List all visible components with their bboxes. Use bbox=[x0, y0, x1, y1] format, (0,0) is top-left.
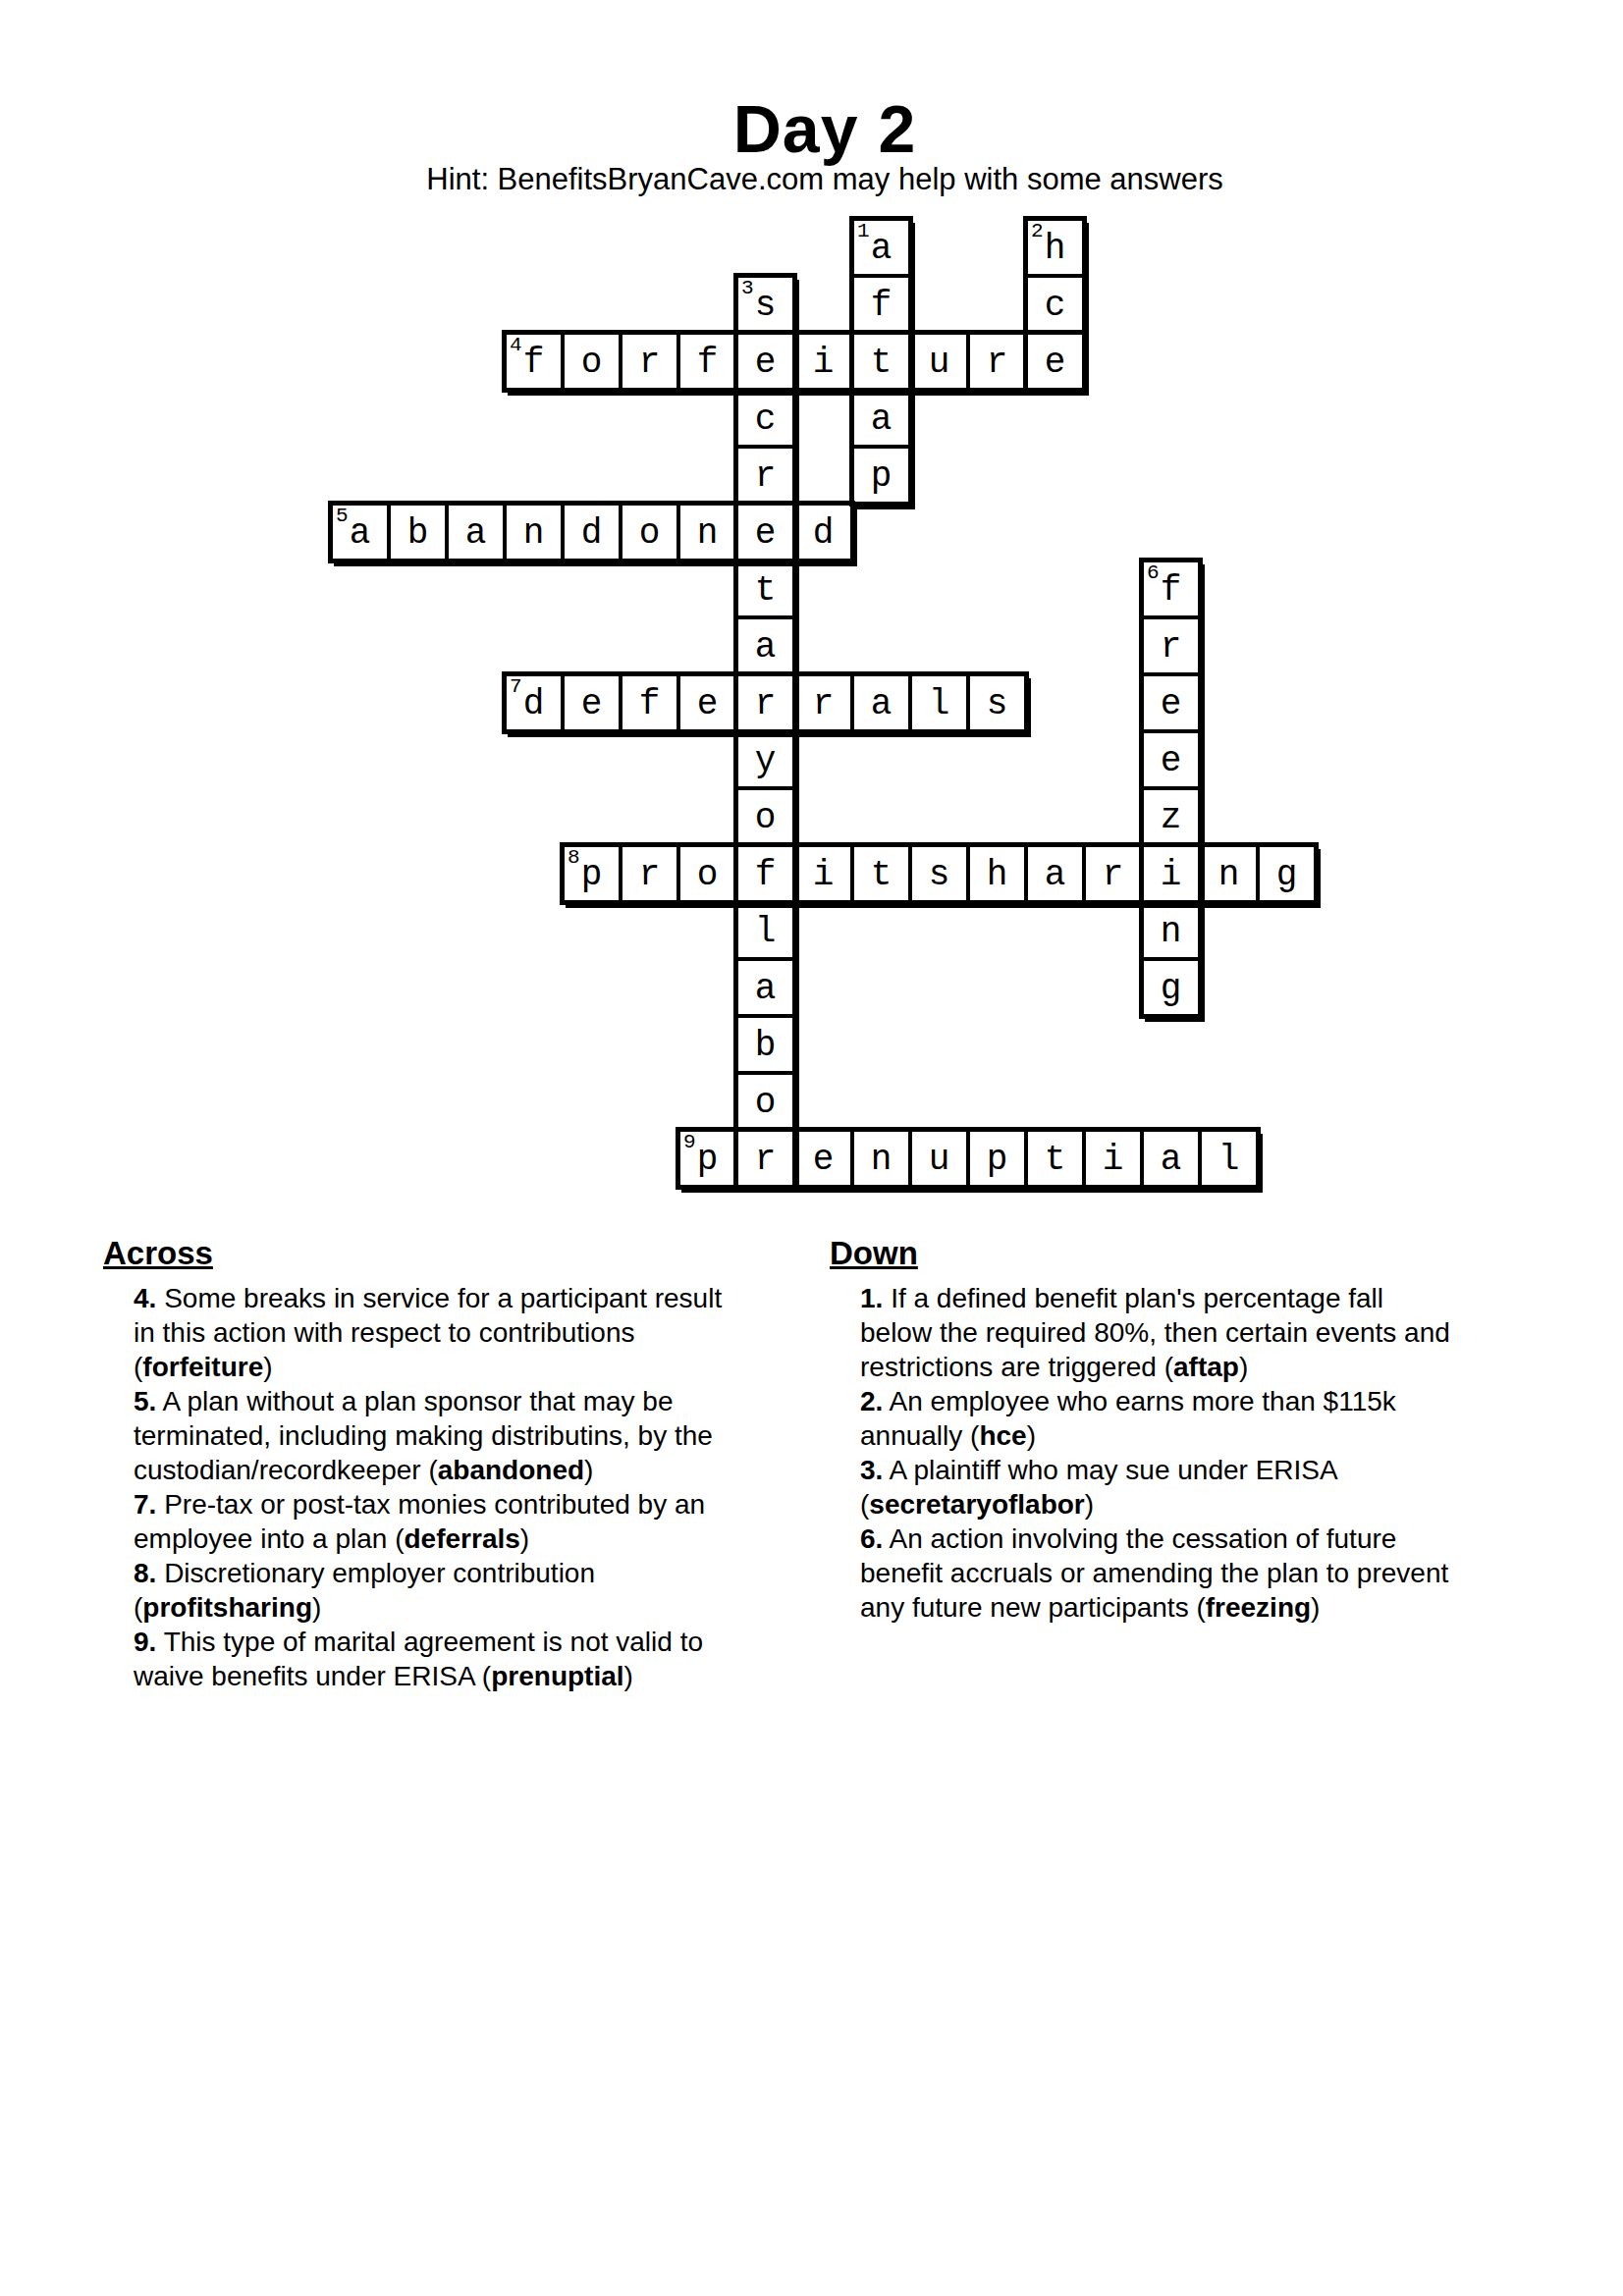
grid-cell: s bbox=[968, 674, 1026, 731]
cell-number: 8 bbox=[568, 847, 580, 869]
cell-letter: a bbox=[449, 516, 503, 552]
cell-number: 5 bbox=[336, 506, 349, 527]
cell-letter: s bbox=[970, 687, 1024, 722]
cell-letter: e bbox=[1144, 744, 1198, 779]
cell-number: 2 bbox=[1031, 221, 1044, 242]
grid-cell: c bbox=[736, 390, 794, 447]
cell-letter: i bbox=[1144, 858, 1198, 893]
grid-cell: a bbox=[852, 674, 910, 731]
cell-letter: p bbox=[854, 459, 908, 495]
grid-cell: p8 bbox=[563, 845, 621, 902]
grid-cell: e bbox=[563, 674, 621, 731]
grid-cell: a bbox=[736, 617, 794, 674]
clue-answer: prenuptial bbox=[491, 1661, 623, 1691]
cell-letter: f bbox=[854, 289, 908, 324]
grid-cell: f bbox=[678, 333, 736, 390]
cell-letter: h bbox=[970, 858, 1024, 893]
grid-cell: l bbox=[1200, 1130, 1258, 1187]
clue-number: 8. bbox=[134, 1558, 156, 1588]
grid-cell: r bbox=[1142, 617, 1200, 674]
grid-cell: g bbox=[1258, 845, 1316, 902]
cell-letter: u bbox=[912, 346, 966, 381]
cell-letter: e bbox=[1028, 346, 1082, 381]
grid-cell: a bbox=[447, 504, 505, 561]
grid-cell: l bbox=[736, 902, 794, 959]
grid-cell: u bbox=[910, 1130, 968, 1187]
cell-letter: c bbox=[1028, 289, 1082, 324]
cell-number: 4 bbox=[510, 335, 522, 356]
clue-number: 9. bbox=[134, 1627, 156, 1657]
cell-number: 1 bbox=[857, 221, 870, 242]
cell-letter: o bbox=[622, 516, 676, 552]
cell-letter: o bbox=[680, 858, 734, 893]
cell-letter: r bbox=[1086, 858, 1140, 893]
clue-item: 4. Some breaks in service for a particip… bbox=[134, 1281, 736, 1384]
grid-cell: n bbox=[852, 1130, 910, 1187]
cell-letter: d bbox=[565, 516, 619, 552]
cell-letter: t bbox=[854, 346, 908, 381]
across-column: Across 4. Some breaks in service for a p… bbox=[103, 1235, 736, 1693]
grid-cell: b bbox=[736, 1016, 794, 1073]
cell-letter: y bbox=[738, 744, 792, 779]
clue-item: 8. Discretionary employer contribution (… bbox=[134, 1556, 736, 1625]
grid-cell: t bbox=[1026, 1130, 1084, 1187]
grid-cell: a bbox=[1142, 1130, 1200, 1187]
cell-letter: l bbox=[912, 687, 966, 722]
cell-letter: a bbox=[1144, 1143, 1198, 1178]
cell-letter: r bbox=[738, 1143, 792, 1178]
cell-letter: u bbox=[912, 1143, 966, 1178]
grid-cell: d7 bbox=[505, 674, 563, 731]
cell-letter: r bbox=[796, 687, 850, 722]
clue-item: 6. An action involving the cessation of … bbox=[860, 1522, 1458, 1625]
cell-letter: a bbox=[854, 687, 908, 722]
grid-cell: r bbox=[621, 333, 678, 390]
grid-cell: o bbox=[678, 845, 736, 902]
cell-letter: e bbox=[565, 687, 619, 722]
cell-letter: e bbox=[796, 1143, 850, 1178]
across-clue-list: 4. Some breaks in service for a particip… bbox=[134, 1281, 736, 1693]
cell-letter: a bbox=[738, 972, 792, 1007]
grid-cell: o bbox=[621, 504, 678, 561]
grid-cell: s bbox=[910, 845, 968, 902]
grid-cell: e bbox=[736, 333, 794, 390]
grid-cell: i bbox=[1142, 845, 1200, 902]
cell-letter: b bbox=[391, 516, 445, 552]
cell-letter: e bbox=[1144, 687, 1198, 722]
cell-letter: n bbox=[507, 516, 561, 552]
cell-letter: e bbox=[738, 516, 792, 552]
crossword-grid: a1h2s3fcf4orfeiturecarpa5bandonedtf6ard7… bbox=[331, 219, 1316, 1187]
grid-cell: r bbox=[1084, 845, 1142, 902]
clue-item: 3. A plaintiff who may sue under ERISA (… bbox=[860, 1453, 1458, 1522]
grid-cell: p bbox=[852, 447, 910, 504]
cell-letter: l bbox=[738, 915, 792, 950]
grid-cell: n bbox=[1142, 902, 1200, 959]
cell-letter: s bbox=[912, 858, 966, 893]
cell-letter: r bbox=[622, 858, 676, 893]
cell-letter: d bbox=[796, 516, 850, 552]
cell-letter: n bbox=[1144, 915, 1198, 950]
cell-letter: e bbox=[738, 346, 792, 381]
cell-letter: c bbox=[738, 402, 792, 438]
cell-letter: z bbox=[1144, 801, 1198, 836]
cell-letter: i bbox=[796, 858, 850, 893]
grid-cell: h2 bbox=[1026, 219, 1084, 276]
grid-cell: f4 bbox=[505, 333, 563, 390]
grid-cell: o bbox=[736, 1073, 794, 1130]
cell-letter: i bbox=[1086, 1143, 1140, 1178]
clue-answer: abandoned bbox=[438, 1455, 584, 1485]
grid-cell: n bbox=[505, 504, 563, 561]
cell-number: 3 bbox=[741, 278, 754, 299]
grid-cell: r bbox=[736, 674, 794, 731]
grid-cell: n bbox=[1200, 845, 1258, 902]
grid-cell: s3 bbox=[736, 276, 794, 333]
cell-letter: i bbox=[796, 346, 850, 381]
cell-letter: t bbox=[738, 573, 792, 609]
cell-letter: b bbox=[738, 1029, 792, 1064]
grid-cell: g bbox=[1142, 959, 1200, 1016]
grid-cell: p bbox=[968, 1130, 1026, 1187]
grid-cell: c bbox=[1026, 276, 1084, 333]
puzzle-hint: Hint: BenefitsBryanCave.com may help wit… bbox=[0, 161, 1623, 199]
grid-cell: e bbox=[1142, 674, 1200, 731]
cell-letter: f bbox=[738, 858, 792, 893]
grid-cell: r bbox=[736, 1130, 794, 1187]
cell-letter: p bbox=[970, 1143, 1024, 1178]
clue-answer: deferrals bbox=[405, 1523, 520, 1554]
cell-letter: r bbox=[1144, 630, 1198, 666]
grid-cell: f bbox=[621, 674, 678, 731]
cell-letter: r bbox=[622, 346, 676, 381]
grid-cell: a bbox=[736, 959, 794, 1016]
puzzle-title: Day 2 bbox=[0, 95, 1623, 162]
grid-cell: r bbox=[736, 447, 794, 504]
cell-letter: n bbox=[854, 1143, 908, 1178]
down-clue-list: 1. If a defined benefit plan's percentag… bbox=[860, 1281, 1458, 1625]
clue-answer: freezing bbox=[1206, 1592, 1311, 1623]
grid-cell: h bbox=[968, 845, 1026, 902]
down-column: Down 1. If a defined benefit plan's perc… bbox=[830, 1235, 1458, 1625]
grid-cell: i bbox=[794, 333, 852, 390]
cell-letter: a bbox=[1028, 858, 1082, 893]
clue-number: 1. bbox=[860, 1283, 883, 1313]
cell-letter: e bbox=[680, 687, 734, 722]
clue-item: 5. A plan without a plan sponsor that ma… bbox=[134, 1384, 736, 1487]
clue-answer: profitsharing bbox=[142, 1592, 312, 1623]
grid-cell: f6 bbox=[1142, 561, 1200, 617]
cell-letter: r bbox=[738, 687, 792, 722]
cell-letter: l bbox=[1202, 1143, 1256, 1178]
cell-letter: f bbox=[680, 346, 734, 381]
clue-item: 2. An employee who earns more than $115k… bbox=[860, 1384, 1458, 1453]
clue-item: 1. If a defined benefit plan's percentag… bbox=[860, 1281, 1458, 1384]
grid-cell: t bbox=[736, 561, 794, 617]
clue-number: 4. bbox=[134, 1283, 156, 1313]
cell-number: 6 bbox=[1147, 562, 1160, 584]
cell-letter: r bbox=[970, 346, 1024, 381]
clue-answer: aftap bbox=[1173, 1352, 1239, 1382]
clue-number: 6. bbox=[860, 1523, 883, 1554]
grid-cell: o bbox=[563, 333, 621, 390]
grid-cell: o bbox=[736, 788, 794, 845]
cell-letter: t bbox=[854, 858, 908, 893]
cell-letter: r bbox=[738, 459, 792, 495]
grid-cell: t bbox=[852, 845, 910, 902]
across-heading: Across bbox=[103, 1235, 736, 1272]
cell-number: 9 bbox=[683, 1132, 696, 1153]
cell-letter: g bbox=[1144, 972, 1198, 1007]
grid-cell: b bbox=[389, 504, 447, 561]
grid-cell: f bbox=[852, 276, 910, 333]
cell-letter: o bbox=[738, 801, 792, 836]
grid-cell: d bbox=[794, 504, 852, 561]
cell-letter: n bbox=[680, 516, 734, 552]
clue-number: 3. bbox=[860, 1455, 883, 1485]
grid-cell: u bbox=[910, 333, 968, 390]
grid-cell: e bbox=[1142, 731, 1200, 788]
clue-number: 2. bbox=[860, 1386, 883, 1416]
grid-cell: r bbox=[621, 845, 678, 902]
clue-item: 7. Pre-tax or post-tax monies contribute… bbox=[134, 1487, 736, 1556]
cell-letter: a bbox=[854, 402, 908, 438]
grid-cell: r bbox=[968, 333, 1026, 390]
down-heading: Down bbox=[830, 1235, 1458, 1272]
clue-number: 5. bbox=[134, 1386, 156, 1416]
grid-cell: e bbox=[794, 1130, 852, 1187]
cell-letter: t bbox=[1028, 1143, 1082, 1178]
page: { "title": "Day 2", "hint": "Hint: Benef… bbox=[0, 0, 1623, 2296]
grid-cell: f bbox=[736, 845, 794, 902]
grid-cell: y bbox=[736, 731, 794, 788]
clue-answer: forfeiture bbox=[142, 1352, 263, 1382]
grid-cell: p9 bbox=[678, 1130, 736, 1187]
clue-answer: secretaryoflabor bbox=[869, 1489, 1084, 1520]
grid-cell: a bbox=[1026, 845, 1084, 902]
grid-cell: e bbox=[736, 504, 794, 561]
clue-item: 9. This type of marital agreement is not… bbox=[134, 1625, 736, 1693]
grid-cell: i bbox=[794, 845, 852, 902]
grid-cell: n bbox=[678, 504, 736, 561]
clue-number: 7. bbox=[134, 1489, 156, 1520]
cell-letter: f bbox=[622, 687, 676, 722]
grid-cell: t bbox=[852, 333, 910, 390]
cell-letter: n bbox=[1202, 858, 1256, 893]
cell-letter: g bbox=[1260, 858, 1314, 893]
cell-number: 7 bbox=[510, 676, 522, 698]
grid-cell: a bbox=[852, 390, 910, 447]
grid-cell: d bbox=[563, 504, 621, 561]
grid-cell: a5 bbox=[331, 504, 389, 561]
grid-cell: e bbox=[1026, 333, 1084, 390]
grid-cell: r bbox=[794, 674, 852, 731]
grid-cell: i bbox=[1084, 1130, 1142, 1187]
cell-letter: o bbox=[738, 1086, 792, 1121]
grid-cell: a1 bbox=[852, 219, 910, 276]
grid-cell: z bbox=[1142, 788, 1200, 845]
cell-letter: o bbox=[565, 346, 619, 381]
cell-letter: a bbox=[738, 630, 792, 666]
grid-cell: e bbox=[678, 674, 736, 731]
grid-cell: l bbox=[910, 674, 968, 731]
clue-answer: hce bbox=[979, 1420, 1026, 1451]
